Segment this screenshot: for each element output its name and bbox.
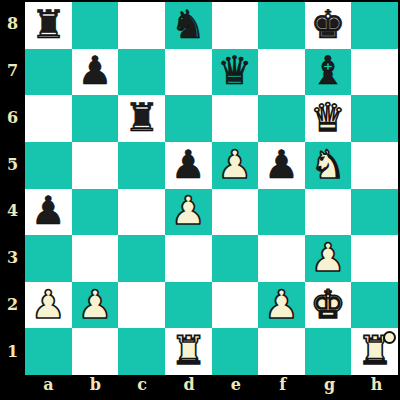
square-g2[interactable]: ♚ xyxy=(305,282,352,329)
chess-puzzle-screenshot: 87654321 ♜♞♚♟♛♝♜♛♟♟♟♞♟♟♟♟♟♟♚♜♜ abcdefgh xyxy=(0,0,400,400)
square-b5[interactable] xyxy=(72,142,119,189)
black-queen-e7: ♛ xyxy=(217,51,252,90)
rank-label-2: 2 xyxy=(0,281,25,328)
white-pawn-e5: ♟ xyxy=(217,145,252,184)
square-h2[interactable] xyxy=(351,282,398,329)
square-f6[interactable] xyxy=(258,95,305,142)
white-pawn-f2: ♟ xyxy=(264,285,299,324)
white-queen-g6: ♛ xyxy=(311,98,346,137)
rank-label-3: 3 xyxy=(0,234,25,281)
square-a5[interactable] xyxy=(25,142,72,189)
black-king-g8: ♚ xyxy=(311,5,346,44)
white-rook-h1: ♜ xyxy=(357,331,392,370)
square-b3[interactable] xyxy=(72,235,119,282)
file-label-b: b xyxy=(72,375,119,400)
square-h3[interactable] xyxy=(351,235,398,282)
square-e4[interactable] xyxy=(212,189,259,236)
white-pawn-a2: ♟ xyxy=(31,285,66,324)
square-f3[interactable] xyxy=(258,235,305,282)
square-f2[interactable]: ♟ xyxy=(258,282,305,329)
square-h6[interactable] xyxy=(351,95,398,142)
square-d1[interactable]: ♜ xyxy=(165,328,212,375)
square-h8[interactable] xyxy=(351,2,398,49)
square-a3[interactable] xyxy=(25,235,72,282)
square-g5[interactable]: ♞ xyxy=(305,142,352,189)
square-d3[interactable] xyxy=(165,235,212,282)
square-b1[interactable] xyxy=(72,328,119,375)
h1-marker-dot xyxy=(383,331,396,344)
square-d8[interactable]: ♞ xyxy=(165,2,212,49)
square-e7[interactable]: ♛ xyxy=(212,49,259,96)
white-pawn-b2: ♟ xyxy=(77,285,112,324)
file-label-c: c xyxy=(119,375,166,400)
chess-board: ♜♞♚♟♛♝♜♛♟♟♟♞♟♟♟♟♟♟♚♜♜ xyxy=(25,0,400,375)
square-f4[interactable] xyxy=(258,189,305,236)
square-b4[interactable] xyxy=(72,189,119,236)
square-e1[interactable] xyxy=(212,328,259,375)
square-f5[interactable]: ♟ xyxy=(258,142,305,189)
file-label-d: d xyxy=(166,375,213,400)
square-a1[interactable] xyxy=(25,328,72,375)
square-h1[interactable]: ♜ xyxy=(351,328,398,375)
rank-labels: 87654321 xyxy=(0,0,25,375)
file-label-g: g xyxy=(306,375,353,400)
black-bishop-g7: ♝ xyxy=(311,51,346,90)
square-g8[interactable]: ♚ xyxy=(305,2,352,49)
square-c6[interactable]: ♜ xyxy=(118,95,165,142)
white-knight-g5: ♞ xyxy=(311,145,346,184)
black-rook-c6: ♜ xyxy=(124,98,159,137)
file-labels: abcdefgh xyxy=(25,375,400,400)
square-c7[interactable] xyxy=(118,49,165,96)
square-a2[interactable]: ♟ xyxy=(25,282,72,329)
square-d6[interactable] xyxy=(165,95,212,142)
square-c4[interactable] xyxy=(118,189,165,236)
black-rook-a8: ♜ xyxy=(31,5,66,44)
square-e3[interactable] xyxy=(212,235,259,282)
square-h7[interactable] xyxy=(351,49,398,96)
square-d2[interactable] xyxy=(165,282,212,329)
square-c2[interactable] xyxy=(118,282,165,329)
square-c1[interactable] xyxy=(118,328,165,375)
square-g1[interactable] xyxy=(305,328,352,375)
black-pawn-d5: ♟ xyxy=(171,145,206,184)
square-f1[interactable] xyxy=(258,328,305,375)
black-knight-d8: ♞ xyxy=(171,5,206,44)
square-b2[interactable]: ♟ xyxy=(72,282,119,329)
rank-label-1: 1 xyxy=(0,328,25,375)
square-e8[interactable] xyxy=(212,2,259,49)
white-pawn-d4: ♟ xyxy=(171,191,206,230)
white-pawn-g3: ♟ xyxy=(311,238,346,277)
rank-label-7: 7 xyxy=(0,47,25,94)
rank-label-8: 8 xyxy=(0,0,25,47)
file-label-h: h xyxy=(353,375,400,400)
square-g6[interactable]: ♛ xyxy=(305,95,352,142)
file-label-f: f xyxy=(259,375,306,400)
square-b8[interactable] xyxy=(72,2,119,49)
rank-label-4: 4 xyxy=(0,188,25,235)
square-c8[interactable] xyxy=(118,2,165,49)
square-g3[interactable]: ♟ xyxy=(305,235,352,282)
square-d4[interactable]: ♟ xyxy=(165,189,212,236)
square-a4[interactable]: ♟ xyxy=(25,189,72,236)
square-a8[interactable]: ♜ xyxy=(25,2,72,49)
square-f8[interactable] xyxy=(258,2,305,49)
rank-label-6: 6 xyxy=(0,94,25,141)
square-d7[interactable] xyxy=(165,49,212,96)
square-c3[interactable] xyxy=(118,235,165,282)
square-b7[interactable]: ♟ xyxy=(72,49,119,96)
black-pawn-f5: ♟ xyxy=(264,145,299,184)
square-h5[interactable] xyxy=(351,142,398,189)
square-b6[interactable] xyxy=(72,95,119,142)
file-label-a: a xyxy=(25,375,72,400)
square-g4[interactable] xyxy=(305,189,352,236)
square-e2[interactable] xyxy=(212,282,259,329)
white-king-g2: ♚ xyxy=(311,285,346,324)
square-g7[interactable]: ♝ xyxy=(305,49,352,96)
square-d5[interactable]: ♟ xyxy=(165,142,212,189)
square-a6[interactable] xyxy=(25,95,72,142)
square-e6[interactable] xyxy=(212,95,259,142)
square-c5[interactable] xyxy=(118,142,165,189)
white-rook-d1: ♜ xyxy=(171,331,206,370)
square-f7[interactable] xyxy=(258,49,305,96)
square-a7[interactable] xyxy=(25,49,72,96)
file-label-e: e xyxy=(213,375,260,400)
rank-label-5: 5 xyxy=(0,141,25,188)
square-h4[interactable] xyxy=(351,189,398,236)
black-pawn-b7: ♟ xyxy=(77,51,112,90)
square-e5[interactable]: ♟ xyxy=(212,142,259,189)
black-pawn-a4: ♟ xyxy=(31,191,66,230)
